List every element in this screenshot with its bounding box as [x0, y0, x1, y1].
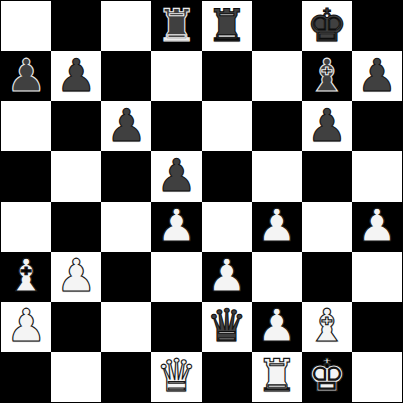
square-g7[interactable]: ♝: [302, 51, 352, 101]
square-c6[interactable]: ♟: [101, 101, 151, 151]
square-a1[interactable]: [1, 352, 51, 402]
piece-black-queen: ♛: [206, 303, 246, 348]
square-b4[interactable]: [51, 202, 101, 252]
square-e6[interactable]: [202, 101, 252, 151]
square-a6[interactable]: [1, 101, 51, 151]
square-e3[interactable]: ♟: [202, 252, 252, 302]
square-h7[interactable]: ♟: [352, 51, 402, 101]
square-a8[interactable]: [1, 1, 51, 51]
square-h4[interactable]: ♟: [352, 202, 402, 252]
square-e7[interactable]: [202, 51, 252, 101]
square-d5[interactable]: ♟: [151, 151, 201, 201]
piece-white-king: ♚: [307, 353, 347, 398]
square-a5[interactable]: [1, 151, 51, 201]
square-a4[interactable]: [1, 202, 51, 252]
piece-white-pawn: ♟: [206, 253, 246, 298]
square-g4[interactable]: [302, 202, 352, 252]
square-c3[interactable]: [101, 252, 151, 302]
square-f4[interactable]: ♟: [252, 202, 302, 252]
square-d3[interactable]: [151, 252, 201, 302]
square-g1[interactable]: ♚: [302, 352, 352, 402]
square-e5[interactable]: [202, 151, 252, 201]
square-e4[interactable]: [202, 202, 252, 252]
square-e1[interactable]: [202, 352, 252, 402]
chess-board: ♜♜♚♟♟♝♟♟♟♟♟♟♟♝♟♟♟♛♟♝♛♜♚: [0, 0, 403, 403]
piece-white-pawn: ♟: [156, 203, 196, 248]
piece-white-queen: ♛: [156, 353, 196, 398]
square-d8[interactable]: ♜: [151, 1, 201, 51]
piece-white-rook: ♜: [257, 353, 297, 398]
piece-black-pawn: ♟: [106, 103, 146, 148]
square-f1[interactable]: ♜: [252, 352, 302, 402]
square-g8[interactable]: ♚: [302, 1, 352, 51]
square-e2[interactable]: ♛: [202, 302, 252, 352]
square-h8[interactable]: [352, 1, 402, 51]
square-d4[interactable]: ♟: [151, 202, 201, 252]
piece-white-bishop: ♝: [307, 303, 347, 348]
square-e8[interactable]: ♜: [202, 1, 252, 51]
piece-black-rook: ♜: [206, 3, 246, 48]
square-b6[interactable]: [51, 101, 101, 151]
square-g6[interactable]: ♟: [302, 101, 352, 151]
square-f3[interactable]: [252, 252, 302, 302]
square-c2[interactable]: [101, 302, 151, 352]
piece-white-pawn: ♟: [257, 303, 297, 348]
square-a7[interactable]: ♟: [1, 51, 51, 101]
square-b7[interactable]: ♟: [51, 51, 101, 101]
piece-white-pawn: ♟: [56, 253, 96, 298]
square-f7[interactable]: [252, 51, 302, 101]
square-f5[interactable]: [252, 151, 302, 201]
square-b3[interactable]: ♟: [51, 252, 101, 302]
square-c1[interactable]: [101, 352, 151, 402]
square-b1[interactable]: [51, 352, 101, 402]
square-c8[interactable]: [101, 1, 151, 51]
square-c5[interactable]: [101, 151, 151, 201]
piece-white-pawn: ♟: [257, 203, 297, 248]
square-b2[interactable]: [51, 302, 101, 352]
square-h5[interactable]: [352, 151, 402, 201]
square-h6[interactable]: [352, 101, 402, 151]
square-f8[interactable]: [252, 1, 302, 51]
square-d1[interactable]: ♛: [151, 352, 201, 402]
square-a2[interactable]: ♟: [1, 302, 51, 352]
square-g5[interactable]: [302, 151, 352, 201]
square-d6[interactable]: [151, 101, 201, 151]
piece-white-bishop: ♝: [6, 253, 46, 298]
piece-black-pawn: ♟: [6, 53, 46, 98]
piece-black-rook: ♜: [156, 3, 196, 48]
square-b8[interactable]: [51, 1, 101, 51]
piece-black-pawn: ♟: [156, 153, 196, 198]
square-d2[interactable]: [151, 302, 201, 352]
square-c7[interactable]: [101, 51, 151, 101]
piece-white-pawn: ♟: [6, 303, 46, 348]
square-h2[interactable]: [352, 302, 402, 352]
piece-black-pawn: ♟: [307, 103, 347, 148]
square-h1[interactable]: [352, 352, 402, 402]
piece-black-pawn: ♟: [357, 53, 397, 98]
square-f2[interactable]: ♟: [252, 302, 302, 352]
piece-white-pawn: ♟: [357, 203, 397, 248]
piece-black-pawn: ♟: [56, 53, 96, 98]
square-b5[interactable]: [51, 151, 101, 201]
square-d7[interactable]: [151, 51, 201, 101]
square-f6[interactable]: [252, 101, 302, 151]
square-g3[interactable]: [302, 252, 352, 302]
square-c4[interactable]: [101, 202, 151, 252]
square-h3[interactable]: [352, 252, 402, 302]
piece-black-king: ♚: [307, 3, 347, 48]
square-a3[interactable]: ♝: [1, 252, 51, 302]
piece-black-bishop: ♝: [307, 53, 347, 98]
square-g2[interactable]: ♝: [302, 302, 352, 352]
